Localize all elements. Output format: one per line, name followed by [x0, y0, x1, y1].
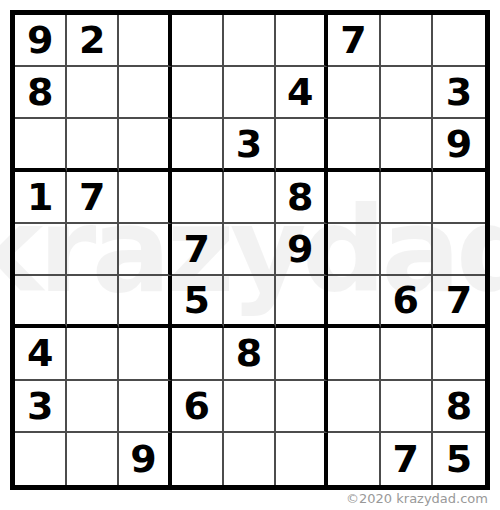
cell-r5c9-empty[interactable] [433, 224, 485, 276]
cell-r2c3-empty[interactable] [119, 67, 171, 119]
copyright-text: ©2020 krazydad.com [346, 491, 488, 506]
cell-r9c1-empty[interactable] [15, 433, 67, 485]
cell-r3c5-given: 3 [224, 119, 276, 171]
cell-r7c8-empty[interactable] [381, 328, 433, 380]
cell-r4c9-empty[interactable] [433, 172, 485, 224]
cell-r6c7-empty[interactable] [328, 276, 380, 328]
cell-r6c2-empty[interactable] [67, 276, 119, 328]
cell-r5c6-given: 9 [276, 224, 328, 276]
cell-r3c6-empty[interactable] [276, 119, 328, 171]
cell-r8c5-empty[interactable] [224, 381, 276, 433]
cell-r8c2-empty[interactable] [67, 381, 119, 433]
cell-r9c8-given: 7 [381, 433, 433, 485]
cell-r6c5-empty[interactable] [224, 276, 276, 328]
cell-r9c7-empty[interactable] [328, 433, 380, 485]
cell-r8c9-given: 8 [433, 381, 485, 433]
cell-r9c2-empty[interactable] [67, 433, 119, 485]
cell-r8c7-empty[interactable] [328, 381, 380, 433]
cell-r3c4-empty[interactable] [172, 119, 224, 171]
cell-r2c7-empty[interactable] [328, 67, 380, 119]
cell-r6c9-given: 7 [433, 276, 485, 328]
cell-r4c5-empty[interactable] [224, 172, 276, 224]
cell-r8c8-empty[interactable] [381, 381, 433, 433]
sudoku-page: krazydad 927843391787956748368975 ©2020 … [0, 0, 500, 510]
cell-r6c4-given: 5 [172, 276, 224, 328]
cell-r2c8-empty[interactable] [381, 67, 433, 119]
cell-r8c6-empty[interactable] [276, 381, 328, 433]
cell-r7c9-empty[interactable] [433, 328, 485, 380]
cell-r2c2-empty[interactable] [67, 67, 119, 119]
cell-r2c9-given: 3 [433, 67, 485, 119]
cell-r7c2-empty[interactable] [67, 328, 119, 380]
cell-r1c2-given: 2 [67, 15, 119, 67]
cell-r5c3-empty[interactable] [119, 224, 171, 276]
cell-r4c4-empty[interactable] [172, 172, 224, 224]
cell-r7c5-given: 8 [224, 328, 276, 380]
cell-r4c3-empty[interactable] [119, 172, 171, 224]
cell-r9c9-given: 5 [433, 433, 485, 485]
cell-r3c2-empty[interactable] [67, 119, 119, 171]
cell-r3c9-given: 9 [433, 119, 485, 171]
cell-r4c2-given: 7 [67, 172, 119, 224]
cell-r1c5-empty[interactable] [224, 15, 276, 67]
cell-r5c4-given: 7 [172, 224, 224, 276]
cell-r3c1-empty[interactable] [15, 119, 67, 171]
cell-r1c7-given: 7 [328, 15, 380, 67]
cell-r9c4-empty[interactable] [172, 433, 224, 485]
cell-r3c8-empty[interactable] [381, 119, 433, 171]
cell-r5c1-empty[interactable] [15, 224, 67, 276]
cell-r6c6-empty[interactable] [276, 276, 328, 328]
cell-r1c9-empty[interactable] [433, 15, 485, 67]
cell-r8c1-given: 3 [15, 381, 67, 433]
cell-r2c1-given: 8 [15, 67, 67, 119]
cell-r2c4-empty[interactable] [172, 67, 224, 119]
cell-r1c4-empty[interactable] [172, 15, 224, 67]
cell-r2c5-empty[interactable] [224, 67, 276, 119]
cell-r7c1-given: 4 [15, 328, 67, 380]
cell-r5c8-empty[interactable] [381, 224, 433, 276]
cell-r6c3-empty[interactable] [119, 276, 171, 328]
cell-r4c1-given: 1 [15, 172, 67, 224]
cell-r9c6-empty[interactable] [276, 433, 328, 485]
cell-r6c1-empty[interactable] [15, 276, 67, 328]
cell-r5c2-empty[interactable] [67, 224, 119, 276]
cell-r7c7-empty[interactable] [328, 328, 380, 380]
cell-r7c3-empty[interactable] [119, 328, 171, 380]
sudoku-board: krazydad 927843391787956748368975 [10, 10, 490, 490]
cell-r8c4-given: 6 [172, 381, 224, 433]
cell-r6c8-given: 6 [381, 276, 433, 328]
cell-r3c3-empty[interactable] [119, 119, 171, 171]
cell-r1c3-empty[interactable] [119, 15, 171, 67]
cell-r1c6-empty[interactable] [276, 15, 328, 67]
cell-r2c6-given: 4 [276, 67, 328, 119]
cell-r5c5-empty[interactable] [224, 224, 276, 276]
cell-r4c8-empty[interactable] [381, 172, 433, 224]
cell-r8c3-empty[interactable] [119, 381, 171, 433]
cell-r9c3-given: 9 [119, 433, 171, 485]
cell-r1c1-given: 9 [15, 15, 67, 67]
cell-r7c4-empty[interactable] [172, 328, 224, 380]
cell-r5c7-empty[interactable] [328, 224, 380, 276]
cell-r4c6-given: 8 [276, 172, 328, 224]
cell-r7c6-empty[interactable] [276, 328, 328, 380]
cell-r1c8-empty[interactable] [381, 15, 433, 67]
cell-r4c7-empty[interactable] [328, 172, 380, 224]
cell-r3c7-empty[interactable] [328, 119, 380, 171]
cell-r9c5-empty[interactable] [224, 433, 276, 485]
